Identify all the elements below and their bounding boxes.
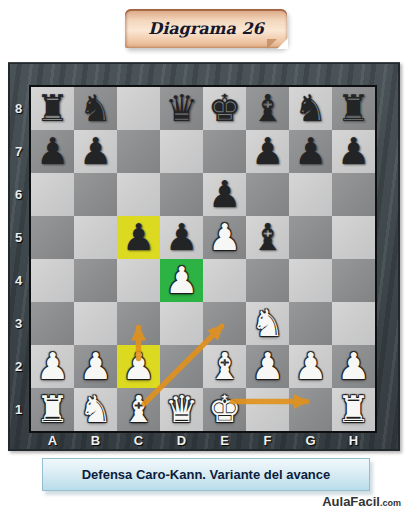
white-rook-a1: ♜ [31, 388, 74, 431]
black-pawn-g7: ♟ [289, 130, 332, 173]
square-e6: ♟ [203, 173, 246, 216]
square-c5: ♟ [117, 216, 160, 259]
rank-label-6: 6 [8, 173, 29, 216]
black-rook-a8: ♜ [31, 87, 74, 130]
square-d1: ♛ [160, 388, 203, 431]
square-h5 [332, 216, 375, 259]
white-pawn-a2: ♟ [31, 345, 74, 388]
square-d8: ♛ [160, 87, 203, 130]
square-d4: ♟ [160, 259, 203, 302]
square-d7 [160, 130, 203, 173]
square-f6 [246, 173, 289, 216]
rank-label-5: 5 [8, 216, 29, 259]
black-queen-d8: ♛ [160, 87, 203, 130]
white-pawn-g2: ♟ [289, 345, 332, 388]
square-a7: ♟ [31, 130, 74, 173]
square-c1: ♝ [117, 388, 160, 431]
square-h1: ♜ [332, 388, 375, 431]
black-bishop-f8: ♝ [246, 87, 289, 130]
square-h6 [332, 173, 375, 216]
square-h8: ♜ [332, 87, 375, 130]
square-e5: ♟ [203, 216, 246, 259]
white-rook-h1: ♜ [332, 388, 375, 431]
square-b3 [74, 302, 117, 345]
file-label-e: E [203, 432, 246, 451]
white-king-e1: ♚ [203, 388, 246, 431]
square-g8: ♞ [289, 87, 332, 130]
white-knight-b1: ♞ [74, 388, 117, 431]
white-queen-d1: ♛ [160, 388, 203, 431]
square-h2: ♟ [332, 345, 375, 388]
square-b1: ♞ [74, 388, 117, 431]
brand-name: AulaFacil [322, 494, 380, 509]
chess-board-frame: ♜♞♛♚♝♞♜♟♟♟♟♟♟♟♟♟♝♟♞♟♟♟♝♟♟♟♜♞♝♛♚♜ 8765432… [8, 62, 400, 451]
white-pawn-c2: ♟ [117, 345, 160, 388]
square-h4 [332, 259, 375, 302]
rank-label-2: 2 [8, 345, 29, 388]
black-knight-g8: ♞ [289, 87, 332, 130]
square-e3 [203, 302, 246, 345]
square-d3 [160, 302, 203, 345]
file-label-g: G [289, 432, 332, 451]
square-c6 [117, 173, 160, 216]
rank-label-7: 7 [8, 130, 29, 173]
square-a4 [31, 259, 74, 302]
square-b4 [74, 259, 117, 302]
file-label-d: D [160, 432, 203, 451]
square-a1: ♜ [31, 388, 74, 431]
square-d5: ♟ [160, 216, 203, 259]
square-e2: ♝ [203, 345, 246, 388]
black-pawn-d5: ♟ [160, 216, 203, 259]
white-pawn-e5: ♟ [203, 216, 246, 259]
square-g6 [289, 173, 332, 216]
rank-label-3: 3 [8, 302, 29, 345]
file-label-c: C [117, 432, 160, 451]
opening-caption: Defensa Caro-Kann. Variante del avance [42, 458, 370, 491]
square-f1 [246, 388, 289, 431]
rank-label-4: 4 [8, 259, 29, 302]
square-f2: ♟ [246, 345, 289, 388]
square-a2: ♟ [31, 345, 74, 388]
white-pawn-h2: ♟ [332, 345, 375, 388]
square-c4 [117, 259, 160, 302]
square-h7: ♟ [332, 130, 375, 173]
square-d2 [160, 345, 203, 388]
square-f4 [246, 259, 289, 302]
black-pawn-c5: ♟ [117, 216, 160, 259]
white-knight-f3: ♞ [246, 302, 289, 345]
black-pawn-f7: ♟ [246, 130, 289, 173]
white-pawn-f2: ♟ [246, 345, 289, 388]
square-d6 [160, 173, 203, 216]
square-a6 [31, 173, 74, 216]
square-g1 [289, 388, 332, 431]
square-b8: ♞ [74, 87, 117, 130]
black-pawn-h7: ♟ [332, 130, 375, 173]
square-f5: ♝ [246, 216, 289, 259]
square-b7: ♟ [74, 130, 117, 173]
black-pawn-a7: ♟ [31, 130, 74, 173]
chess-board: ♜♞♛♚♝♞♜♟♟♟♟♟♟♟♟♟♝♟♞♟♟♟♝♟♟♟♜♞♝♛♚♜ [29, 85, 377, 433]
square-f8: ♝ [246, 87, 289, 130]
square-a5 [31, 216, 74, 259]
square-f7: ♟ [246, 130, 289, 173]
square-e4 [203, 259, 246, 302]
white-pawn-d4: ♟ [160, 259, 203, 302]
square-e8: ♚ [203, 87, 246, 130]
ribbon-fold-shade [267, 39, 277, 49]
file-label-b: B [74, 432, 117, 451]
black-pawn-b7: ♟ [74, 130, 117, 173]
ribbon-fold [277, 38, 288, 49]
white-bishop-c1: ♝ [117, 388, 160, 431]
square-e7 [203, 130, 246, 173]
square-c8 [117, 87, 160, 130]
brand-suffix: .com [380, 498, 401, 508]
black-king-e8: ♚ [203, 87, 246, 130]
rank-label-1: 1 [8, 388, 29, 431]
square-g3 [289, 302, 332, 345]
square-g2: ♟ [289, 345, 332, 388]
square-b6 [74, 173, 117, 216]
white-pawn-b2: ♟ [74, 345, 117, 388]
file-label-f: F [246, 432, 289, 451]
file-label-h: H [332, 432, 375, 451]
white-bishop-e2: ♝ [203, 345, 246, 388]
file-label-a: A [31, 432, 74, 451]
square-g5 [289, 216, 332, 259]
square-a8: ♜ [31, 87, 74, 130]
rank-label-8: 8 [8, 87, 29, 130]
black-knight-b8: ♞ [74, 87, 117, 130]
black-pawn-e6: ♟ [203, 173, 246, 216]
square-a3 [31, 302, 74, 345]
square-c2: ♟ [117, 345, 160, 388]
diagram-title: Diagrama 26 [125, 9, 287, 48]
black-bishop-f5: ♝ [246, 216, 289, 259]
square-g7: ♟ [289, 130, 332, 173]
square-b2: ♟ [74, 345, 117, 388]
square-g4 [289, 259, 332, 302]
square-e1: ♚ [203, 388, 246, 431]
site-watermark: AulaFacil.com [241, 492, 401, 509]
square-f3: ♞ [246, 302, 289, 345]
diagram-ribbon: Diagrama 26 [125, 9, 287, 48]
square-c3 [117, 302, 160, 345]
square-c7 [117, 130, 160, 173]
square-b5 [74, 216, 117, 259]
black-rook-h8: ♜ [332, 87, 375, 130]
square-h3 [332, 302, 375, 345]
